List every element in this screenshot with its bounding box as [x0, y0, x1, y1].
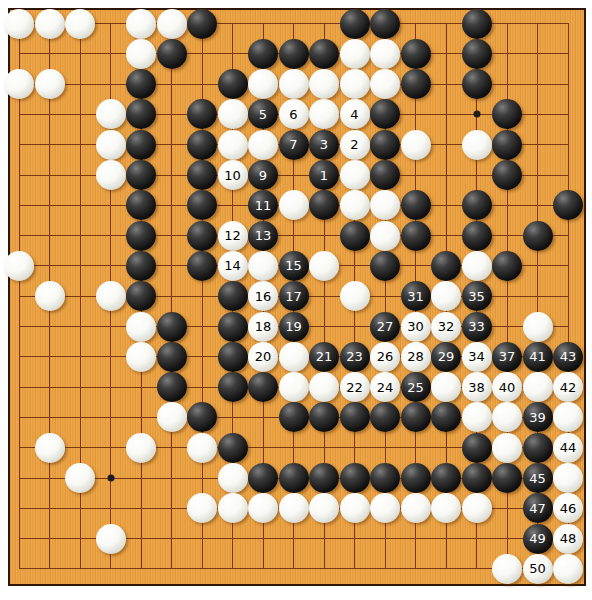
black-stone-c10-r14 — [279, 402, 309, 432]
move-number: 33 — [468, 320, 485, 333]
white-stone-c12-r2 — [340, 39, 370, 69]
move-number: 31 — [407, 290, 424, 303]
move-number: 32 — [438, 320, 455, 333]
black-stone-c10-r11: 19 — [279, 312, 309, 342]
white-stone-c12-r17 — [340, 493, 370, 523]
black-stone-c18-r16: 45 — [523, 463, 553, 493]
white-stone-c7-r15 — [187, 433, 217, 463]
move-number: 3 — [320, 138, 328, 151]
black-stone-c6-r2 — [157, 39, 187, 69]
white-stone-c8-r6: 10 — [218, 160, 248, 190]
black-stone-c17-r6 — [492, 160, 522, 190]
white-stone-c17-r19 — [492, 554, 522, 584]
move-number: 29 — [438, 350, 455, 363]
white-stone-c11-r9 — [309, 251, 339, 281]
black-stone-c8-r11 — [218, 312, 248, 342]
black-stone-c15-r16 — [431, 463, 461, 493]
move-number: 2 — [350, 138, 358, 151]
move-number: 14 — [224, 259, 241, 272]
white-stone-c14-r5 — [401, 130, 431, 160]
move-number: 19 — [285, 320, 302, 333]
white-stone-c12-r3 — [340, 69, 370, 99]
black-stone-c16-r16 — [462, 463, 492, 493]
black-stone-c12-r14 — [340, 402, 370, 432]
white-stone-c5-r11 — [126, 312, 156, 342]
black-stone-c13-r9 — [370, 251, 400, 281]
move-number: 4 — [350, 108, 358, 121]
move-number: 23 — [346, 350, 363, 363]
black-stone-c14-r3 — [401, 69, 431, 99]
black-stone-c17-r9 — [492, 251, 522, 281]
move-number: 7 — [289, 138, 297, 151]
black-stone-c17-r5 — [492, 130, 522, 160]
white-stone-c11-r3 — [309, 69, 339, 99]
black-stone-c15-r14 — [431, 402, 461, 432]
white-stone-c16-r14 — [462, 402, 492, 432]
move-number: 41 — [529, 350, 546, 363]
black-stone-c13-r11: 27 — [370, 312, 400, 342]
white-stone-c10-r7 — [279, 190, 309, 220]
white-stone-c8-r9: 14 — [218, 251, 248, 281]
white-stone-c12-r7 — [340, 190, 370, 220]
white-stone-c2-r3 — [35, 69, 65, 99]
black-stone-c8-r13 — [218, 372, 248, 402]
move-number: 40 — [499, 381, 516, 394]
white-stone-c14-r11: 30 — [401, 312, 431, 342]
white-stone-c9-r10: 16 — [248, 281, 278, 311]
move-number: 38 — [468, 381, 485, 394]
move-number: 9 — [259, 169, 267, 182]
black-stone-c14-r7 — [401, 190, 431, 220]
move-number: 48 — [560, 532, 577, 545]
move-number: 30 — [407, 320, 424, 333]
move-number: 10 — [224, 169, 241, 182]
white-stone-c6-r14 — [157, 402, 187, 432]
black-stone-c9-r13 — [248, 372, 278, 402]
white-stone-c12-r6 — [340, 160, 370, 190]
move-number: 39 — [529, 411, 546, 424]
black-stone-c18-r15 — [523, 433, 553, 463]
white-stone-c19-r19 — [553, 554, 583, 584]
black-stone-c14-r13: 25 — [401, 372, 431, 402]
move-number: 25 — [407, 381, 424, 394]
white-stone-c8-r16 — [218, 463, 248, 493]
black-stone-c15-r9 — [431, 251, 461, 281]
black-stone-c16-r15 — [462, 433, 492, 463]
black-stone-c7-r14 — [187, 402, 217, 432]
black-stone-c14-r10: 31 — [401, 281, 431, 311]
black-stone-c13-r6 — [370, 160, 400, 190]
white-stone-c5-r1 — [126, 9, 156, 39]
black-stone-c9-r2 — [248, 39, 278, 69]
white-stone-c13-r17 — [370, 493, 400, 523]
white-stone-c3-r1 — [65, 9, 95, 39]
black-stone-c5-r8 — [126, 221, 156, 251]
white-stone-c10-r4: 6 — [279, 99, 309, 129]
move-number: 44 — [560, 441, 577, 454]
move-number: 49 — [529, 532, 546, 545]
white-stone-c13-r2 — [370, 39, 400, 69]
white-stone-c5-r12 — [126, 342, 156, 372]
black-stone-c13-r16 — [370, 463, 400, 493]
black-stone-c16-r2 — [462, 39, 492, 69]
black-stone-c17-r4 — [492, 99, 522, 129]
black-stone-c5-r7 — [126, 190, 156, 220]
move-number: 5 — [259, 108, 267, 121]
black-stone-c5-r6 — [126, 160, 156, 190]
white-stone-c2-r1 — [35, 9, 65, 39]
black-stone-c9-r4: 5 — [248, 99, 278, 129]
black-stone-c16-r8 — [462, 221, 492, 251]
black-stone-c8-r15 — [218, 433, 248, 463]
white-stone-c12-r5: 2 — [340, 130, 370, 160]
move-number: 11 — [255, 199, 272, 212]
move-number: 6 — [289, 108, 297, 121]
white-stone-c16-r5 — [462, 130, 492, 160]
white-stone-c10-r12 — [279, 342, 309, 372]
white-stone-c2-r10 — [35, 281, 65, 311]
black-stone-c10-r2 — [279, 39, 309, 69]
white-stone-c14-r17 — [401, 493, 431, 523]
white-stone-c19-r13: 42 — [553, 372, 583, 402]
white-stone-c17-r14 — [492, 402, 522, 432]
black-stone-c7-r8 — [187, 221, 217, 251]
black-stone-c12-r16 — [340, 463, 370, 493]
white-stone-c11-r13 — [309, 372, 339, 402]
black-stone-c8-r10 — [218, 281, 248, 311]
black-stone-c8-r3 — [218, 69, 248, 99]
black-stone-c17-r12: 37 — [492, 342, 522, 372]
black-stone-c7-r5 — [187, 130, 217, 160]
white-stone-c8-r4 — [218, 99, 248, 129]
black-stone-c7-r6 — [187, 160, 217, 190]
white-stone-c15-r17 — [431, 493, 461, 523]
black-stone-c16-r1 — [462, 9, 492, 39]
black-stone-c14-r16 — [401, 463, 431, 493]
white-stone-c12-r13: 22 — [340, 372, 370, 402]
white-stone-c12-r10 — [340, 281, 370, 311]
move-number: 42 — [560, 381, 577, 394]
move-number: 24 — [377, 381, 394, 394]
white-stone-c7-r17 — [187, 493, 217, 523]
white-stone-c9-r12: 20 — [248, 342, 278, 372]
black-stone-c7-r7 — [187, 190, 217, 220]
black-stone-c18-r8 — [523, 221, 553, 251]
white-stone-c8-r8: 12 — [218, 221, 248, 251]
black-stone-c12-r8 — [340, 221, 370, 251]
black-stone-c11-r7 — [309, 190, 339, 220]
white-stone-c2-r15 — [35, 433, 65, 463]
white-stone-c1-r3 — [4, 69, 34, 99]
black-stone-c10-r9: 15 — [279, 251, 309, 281]
move-number: 17 — [285, 290, 302, 303]
move-number: 45 — [529, 472, 546, 485]
white-stone-c15-r10 — [431, 281, 461, 311]
move-number: 50 — [529, 562, 546, 575]
white-stone-c4-r4 — [96, 99, 126, 129]
black-stone-c9-r8: 13 — [248, 221, 278, 251]
black-stone-c14-r14 — [401, 402, 431, 432]
white-stone-c10-r3 — [279, 69, 309, 99]
black-stone-c16-r10: 35 — [462, 281, 492, 311]
black-stone-c5-r4 — [126, 99, 156, 129]
white-stone-c14-r12: 28 — [401, 342, 431, 372]
black-stone-c6-r12 — [157, 342, 187, 372]
black-stone-c12-r12: 23 — [340, 342, 370, 372]
black-stone-c5-r3 — [126, 69, 156, 99]
black-stone-c9-r6: 9 — [248, 160, 278, 190]
grid-line-horizontal — [19, 568, 569, 569]
white-stone-c18-r19: 50 — [523, 554, 553, 584]
white-stone-c13-r3 — [370, 69, 400, 99]
white-stone-c12-r4: 4 — [340, 99, 370, 129]
black-stone-c16-r11: 33 — [462, 312, 492, 342]
black-stone-c11-r6: 1 — [309, 160, 339, 190]
white-stone-c8-r17 — [218, 493, 248, 523]
black-stone-c17-r16 — [492, 463, 522, 493]
black-stone-c6-r13 — [157, 372, 187, 402]
black-stone-c12-r1 — [340, 9, 370, 39]
white-stone-c3-r16 — [65, 463, 95, 493]
white-stone-c5-r2 — [126, 39, 156, 69]
move-number: 15 — [285, 259, 302, 272]
white-stone-c9-r9 — [248, 251, 278, 281]
black-stone-c11-r2 — [309, 39, 339, 69]
move-number: 27 — [377, 320, 394, 333]
white-stone-c19-r15: 44 — [553, 433, 583, 463]
move-number: 16 — [255, 290, 272, 303]
black-stone-c16-r3 — [462, 69, 492, 99]
white-stone-c10-r17 — [279, 493, 309, 523]
white-stone-c19-r14 — [553, 402, 583, 432]
black-stone-c9-r16 — [248, 463, 278, 493]
white-stone-c9-r3 — [248, 69, 278, 99]
black-stone-c14-r8 — [401, 221, 431, 251]
move-number: 1 — [320, 169, 328, 182]
white-stone-c16-r13: 38 — [462, 372, 492, 402]
white-stone-c8-r5 — [218, 130, 248, 160]
white-stone-c18-r11 — [523, 312, 553, 342]
black-stone-c19-r7 — [553, 190, 583, 220]
move-number: 43 — [560, 350, 577, 363]
black-stone-c13-r14 — [370, 402, 400, 432]
black-stone-c13-r5 — [370, 130, 400, 160]
white-stone-c13-r12: 26 — [370, 342, 400, 372]
white-stone-c9-r17 — [248, 493, 278, 523]
white-stone-c19-r17: 46 — [553, 493, 583, 523]
black-stone-c7-r1 — [187, 9, 217, 39]
black-stone-c13-r4 — [370, 99, 400, 129]
move-number: 35 — [468, 290, 485, 303]
white-stone-c19-r18: 48 — [553, 524, 583, 554]
black-stone-c6-r11 — [157, 312, 187, 342]
black-stone-c15-r12: 29 — [431, 342, 461, 372]
white-stone-c19-r16 — [553, 463, 583, 493]
black-stone-c10-r5: 7 — [279, 130, 309, 160]
black-stone-c14-r2 — [401, 39, 431, 69]
black-stone-c18-r12: 41 — [523, 342, 553, 372]
move-number: 46 — [560, 502, 577, 515]
move-number: 26 — [377, 350, 394, 363]
go-diagram-screen: 5647321091111213141516173135181927303233… — [0, 0, 592, 600]
white-stone-c5-r15 — [126, 433, 156, 463]
white-stone-c1-r1 — [4, 9, 34, 39]
white-stone-c4-r18 — [96, 524, 126, 554]
white-stone-c16-r12: 34 — [462, 342, 492, 372]
white-stone-c13-r13: 24 — [370, 372, 400, 402]
white-stone-c9-r11: 18 — [248, 312, 278, 342]
move-number: 47 — [529, 502, 546, 515]
black-stone-c7-r9 — [187, 251, 217, 281]
black-stone-c8-r12 — [218, 342, 248, 372]
white-stone-c4-r5 — [96, 130, 126, 160]
black-stone-c5-r5 — [126, 130, 156, 160]
move-number: 13 — [255, 229, 272, 242]
move-number: 21 — [316, 350, 333, 363]
black-stone-c16-r7 — [462, 190, 492, 220]
white-stone-c18-r13 — [523, 372, 553, 402]
black-stone-c11-r14 — [309, 402, 339, 432]
move-number: 18 — [255, 320, 272, 333]
black-stone-c11-r12: 21 — [309, 342, 339, 372]
black-stone-c9-r7: 11 — [248, 190, 278, 220]
white-stone-c15-r11: 32 — [431, 312, 461, 342]
white-stone-c13-r7 — [370, 190, 400, 220]
white-stone-c17-r13: 40 — [492, 372, 522, 402]
white-stone-c9-r5 — [248, 130, 278, 160]
star-point — [473, 111, 480, 118]
black-stone-c10-r16 — [279, 463, 309, 493]
black-stone-c19-r12: 43 — [553, 342, 583, 372]
black-stone-c18-r17: 47 — [523, 493, 553, 523]
white-stone-c11-r4 — [309, 99, 339, 129]
white-stone-c6-r1 — [157, 9, 187, 39]
move-number: 22 — [346, 381, 363, 394]
white-stone-c4-r10 — [96, 281, 126, 311]
white-stone-c16-r9 — [462, 251, 492, 281]
black-stone-c5-r9 — [126, 251, 156, 281]
white-stone-c4-r6 — [96, 160, 126, 190]
white-stone-c15-r13 — [431, 372, 461, 402]
white-stone-c16-r17 — [462, 493, 492, 523]
black-stone-c11-r5: 3 — [309, 130, 339, 160]
white-stone-c11-r17 — [309, 493, 339, 523]
black-stone-c18-r18: 49 — [523, 524, 553, 554]
move-number: 28 — [407, 350, 424, 363]
black-stone-c18-r14: 39 — [523, 402, 553, 432]
black-stone-c7-r4 — [187, 99, 217, 129]
star-point — [107, 475, 114, 482]
move-number: 20 — [255, 350, 272, 363]
white-stone-c1-r9 — [4, 251, 34, 281]
white-stone-c17-r15 — [492, 433, 522, 463]
black-stone-c5-r10 — [126, 281, 156, 311]
move-number: 12 — [224, 229, 241, 242]
move-number: 37 — [499, 350, 516, 363]
black-stone-c10-r10: 17 — [279, 281, 309, 311]
black-stone-c13-r1 — [370, 9, 400, 39]
white-stone-c10-r13 — [279, 372, 309, 402]
go-board[interactable]: 5647321091111213141516173135181927303233… — [8, 8, 586, 586]
black-stone-c11-r16 — [309, 463, 339, 493]
move-number: 34 — [468, 350, 485, 363]
white-stone-c13-r8 — [370, 221, 400, 251]
